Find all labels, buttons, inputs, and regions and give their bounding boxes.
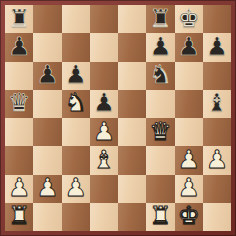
square-h6[interactable] <box>203 62 231 90</box>
square-g6[interactable] <box>175 62 203 90</box>
piece-black-rook[interactable]: ♜ <box>149 6 171 31</box>
square-d4[interactable]: ♟ <box>90 118 118 146</box>
square-f8[interactable]: ♜ <box>146 5 174 33</box>
piece-black-king[interactable]: ♚ <box>177 6 199 31</box>
piece-black-pawn[interactable]: ♟ <box>93 90 115 115</box>
chess-board: ♜♜♚♟♟♟♟♟♟♞♛♞♟♝♟♛♝♟♟♟♟♟♟♜♜♚ <box>5 5 231 231</box>
square-b1[interactable] <box>33 203 61 231</box>
piece-white-queen[interactable]: ♛ <box>149 119 171 144</box>
square-b8[interactable] <box>33 5 61 33</box>
piece-white-pawn[interactable]: ♟ <box>64 175 86 200</box>
piece-black-bishop[interactable]: ♝ <box>206 90 228 115</box>
square-h5[interactable]: ♝ <box>203 90 231 118</box>
square-h8[interactable] <box>203 5 231 33</box>
square-b2[interactable]: ♟ <box>33 175 61 203</box>
piece-black-rook[interactable]: ♜ <box>8 6 30 31</box>
square-e8[interactable] <box>118 5 146 33</box>
square-h7[interactable]: ♟ <box>203 33 231 61</box>
square-a4[interactable] <box>5 118 33 146</box>
square-f7[interactable]: ♟ <box>146 33 174 61</box>
square-c8[interactable] <box>62 5 90 33</box>
square-h4[interactable] <box>203 118 231 146</box>
square-g1[interactable]: ♚ <box>175 203 203 231</box>
square-g4[interactable] <box>175 118 203 146</box>
square-h2[interactable] <box>203 175 231 203</box>
square-e5[interactable] <box>118 90 146 118</box>
square-h3[interactable]: ♟ <box>203 146 231 174</box>
square-d7[interactable] <box>90 33 118 61</box>
piece-white-pawn[interactable]: ♟ <box>8 175 30 200</box>
piece-black-pawn[interactable]: ♟ <box>149 34 171 59</box>
square-d5[interactable]: ♟ <box>90 90 118 118</box>
square-c2[interactable]: ♟ <box>62 175 90 203</box>
square-g7[interactable]: ♟ <box>175 33 203 61</box>
square-b4[interactable] <box>33 118 61 146</box>
square-b6[interactable]: ♟ <box>33 62 61 90</box>
piece-white-pawn[interactable]: ♟ <box>177 147 199 172</box>
square-c7[interactable] <box>62 33 90 61</box>
square-e7[interactable] <box>118 33 146 61</box>
square-b7[interactable] <box>33 33 61 61</box>
square-g8[interactable]: ♚ <box>175 5 203 33</box>
square-g5[interactable] <box>175 90 203 118</box>
piece-white-knight[interactable]: ♞ <box>64 90 86 115</box>
square-c4[interactable] <box>62 118 90 146</box>
square-e6[interactable] <box>118 62 146 90</box>
board-frame: ♜♜♚♟♟♟♟♟♟♞♛♞♟♝♟♛♝♟♟♟♟♟♟♜♜♚ <box>0 0 236 236</box>
square-e1[interactable] <box>118 203 146 231</box>
square-f3[interactable] <box>146 146 174 174</box>
piece-white-pawn[interactable]: ♟ <box>177 175 199 200</box>
piece-black-pawn[interactable]: ♟ <box>177 34 199 59</box>
square-f4[interactable]: ♛ <box>146 118 174 146</box>
piece-white-pawn[interactable]: ♟ <box>36 175 58 200</box>
square-b3[interactable] <box>33 146 61 174</box>
square-c5[interactable]: ♞ <box>62 90 90 118</box>
square-c3[interactable] <box>62 146 90 174</box>
square-a8[interactable]: ♜ <box>5 5 33 33</box>
square-f6[interactable]: ♞ <box>146 62 174 90</box>
square-d8[interactable] <box>90 5 118 33</box>
square-d2[interactable] <box>90 175 118 203</box>
square-g2[interactable]: ♟ <box>175 175 203 203</box>
square-e4[interactable] <box>118 118 146 146</box>
piece-white-bishop[interactable]: ♝ <box>93 147 115 172</box>
square-a1[interactable]: ♜ <box>5 203 33 231</box>
square-h1[interactable] <box>203 203 231 231</box>
piece-white-rook[interactable]: ♜ <box>8 203 30 228</box>
square-d1[interactable] <box>90 203 118 231</box>
piece-black-pawn[interactable]: ♟ <box>8 34 30 59</box>
square-f1[interactable]: ♜ <box>146 203 174 231</box>
square-d6[interactable] <box>90 62 118 90</box>
square-b5[interactable] <box>33 90 61 118</box>
piece-white-pawn[interactable]: ♟ <box>206 147 228 172</box>
piece-black-knight[interactable]: ♞ <box>149 62 171 87</box>
square-g3[interactable]: ♟ <box>175 146 203 174</box>
piece-white-pawn[interactable]: ♟ <box>93 119 115 144</box>
piece-black-queen[interactable]: ♛ <box>8 90 30 115</box>
piece-white-king[interactable]: ♚ <box>177 203 199 228</box>
square-e3[interactable] <box>118 146 146 174</box>
piece-black-pawn[interactable]: ♟ <box>64 62 86 87</box>
piece-white-rook[interactable]: ♜ <box>149 203 171 228</box>
square-a6[interactable] <box>5 62 33 90</box>
square-c6[interactable]: ♟ <box>62 62 90 90</box>
square-e2[interactable] <box>118 175 146 203</box>
piece-black-pawn[interactable]: ♟ <box>36 62 58 87</box>
square-f5[interactable] <box>146 90 174 118</box>
square-a3[interactable] <box>5 146 33 174</box>
square-f2[interactable] <box>146 175 174 203</box>
square-a2[interactable]: ♟ <box>5 175 33 203</box>
piece-black-pawn[interactable]: ♟ <box>206 34 228 59</box>
square-d3[interactable]: ♝ <box>90 146 118 174</box>
square-a5[interactable]: ♛ <box>5 90 33 118</box>
square-a7[interactable]: ♟ <box>5 33 33 61</box>
square-c1[interactable] <box>62 203 90 231</box>
